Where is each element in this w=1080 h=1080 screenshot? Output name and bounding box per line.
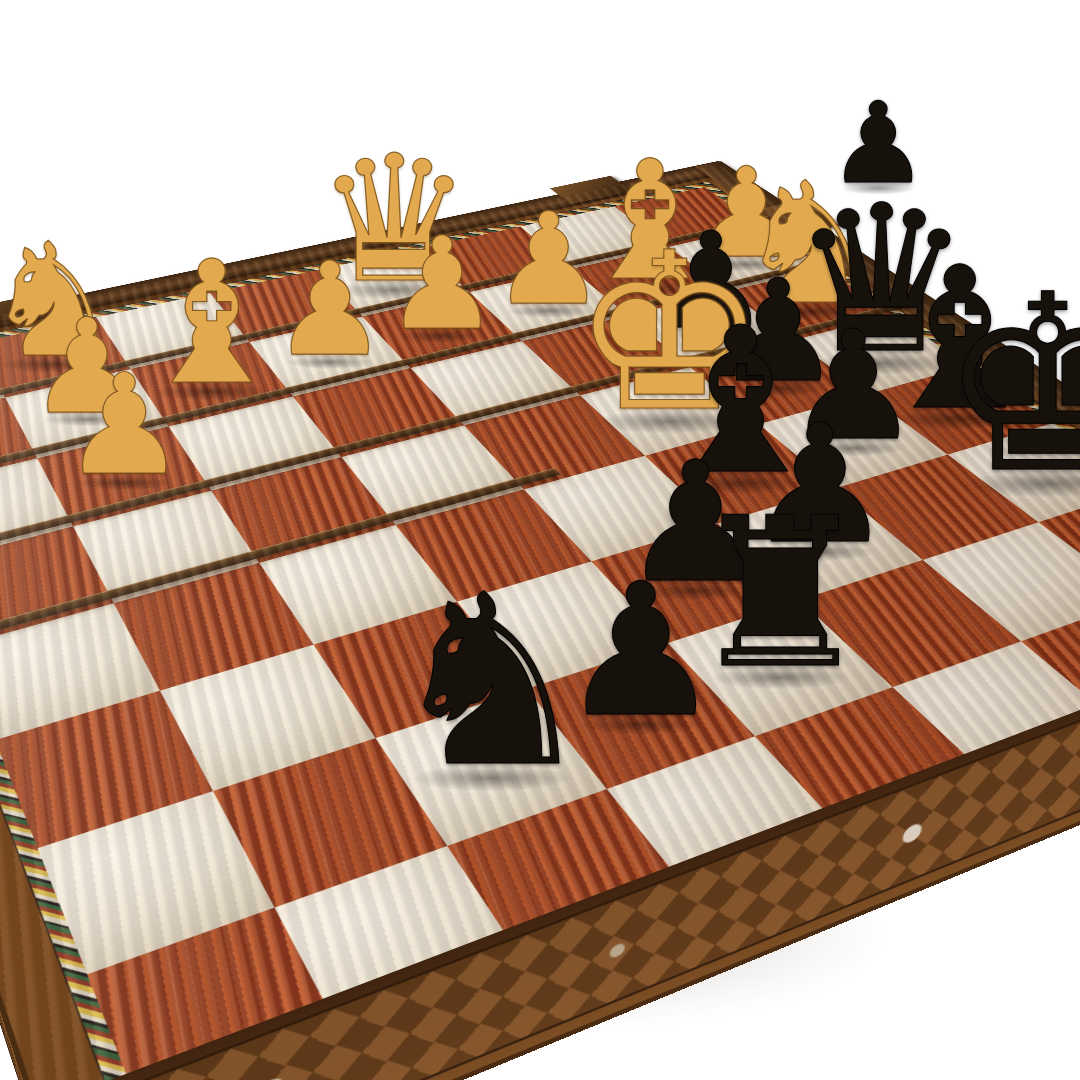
square-a7[interactable] xyxy=(38,791,275,974)
square-f7[interactable] xyxy=(799,560,1021,687)
square-h7[interactable] xyxy=(1039,487,1080,599)
square-c7[interactable] xyxy=(376,689,607,846)
square-a6[interactable] xyxy=(0,691,213,849)
square-c5[interactable] xyxy=(259,525,457,645)
square-d6[interactable] xyxy=(457,561,668,689)
square-g7[interactable] xyxy=(923,522,1080,641)
rim-captured-anchor xyxy=(860,236,866,238)
square-b7[interactable] xyxy=(213,738,447,907)
square-a5[interactable] xyxy=(0,603,160,740)
chess-photo-stage: ♜♞♛♟♟♝♟♟♟♝♟♟♞♚♟♟♛♝♟♝♟♟♚♞♟♜♟ xyxy=(0,0,1080,1080)
square-c6[interactable] xyxy=(314,602,527,738)
square-b4[interactable] xyxy=(73,491,259,604)
chess-box xyxy=(0,164,1080,1080)
square-d7[interactable] xyxy=(527,643,755,789)
camera-fit xyxy=(0,0,1080,1080)
square-d5[interactable] xyxy=(396,489,592,601)
terrace-rail-4 xyxy=(0,468,561,651)
square-e7[interactable] xyxy=(668,600,893,736)
square-b5[interactable] xyxy=(114,563,314,691)
square-b6[interactable] xyxy=(160,645,376,791)
square-a4[interactable] xyxy=(0,526,114,646)
square-f6[interactable] xyxy=(717,488,922,600)
square-e6[interactable] xyxy=(591,524,799,643)
